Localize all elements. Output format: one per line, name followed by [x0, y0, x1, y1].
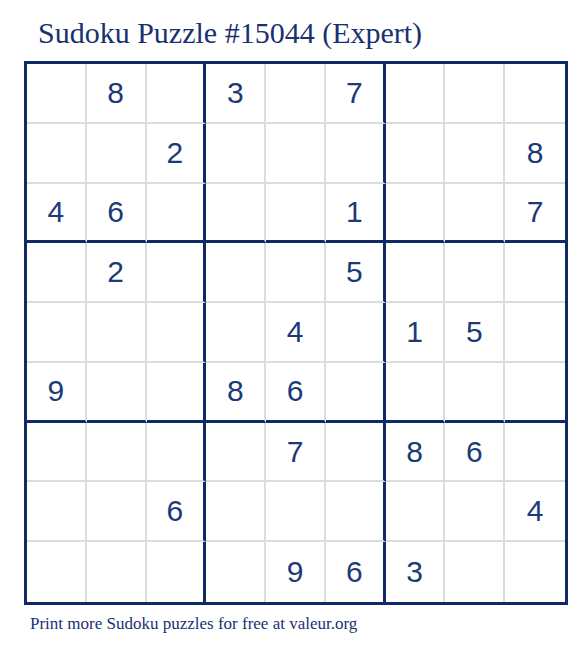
cell-r2c6	[326, 124, 386, 184]
cell-r3c8	[445, 184, 505, 244]
cell-r3c1: 4	[27, 184, 87, 244]
cell-r9c2	[87, 542, 147, 602]
cell-r9c1	[27, 542, 87, 602]
cell-r4c4	[206, 243, 266, 303]
cell-r3c9: 7	[505, 184, 565, 244]
cell-r6c5: 6	[266, 363, 326, 423]
cell-r2c2	[87, 124, 147, 184]
cell-r6c4: 8	[206, 363, 266, 423]
cell-r5c9	[505, 303, 565, 363]
cell-r2c7	[386, 124, 446, 184]
cell-r6c7	[386, 363, 446, 423]
cell-r4c2: 2	[87, 243, 147, 303]
cell-r9c8	[445, 542, 505, 602]
cell-r3c7	[386, 184, 446, 244]
cell-r1c1	[27, 64, 87, 124]
cell-r8c6	[326, 482, 386, 542]
cell-r2c4	[206, 124, 266, 184]
cell-r8c4	[206, 482, 266, 542]
cell-r1c7	[386, 64, 446, 124]
cell-r6c9	[505, 363, 565, 423]
cell-r7c3	[147, 423, 207, 483]
cell-r2c9: 8	[505, 124, 565, 184]
cell-r6c3	[147, 363, 207, 423]
cell-r4c6: 5	[326, 243, 386, 303]
cell-r7c6	[326, 423, 386, 483]
cell-r3c3	[147, 184, 207, 244]
cell-r8c7	[386, 482, 446, 542]
cell-r2c5	[266, 124, 326, 184]
cell-r5c4	[206, 303, 266, 363]
cell-r9c5: 9	[266, 542, 326, 602]
cell-r7c5: 7	[266, 423, 326, 483]
cell-r1c3	[147, 64, 207, 124]
cell-r4c3	[147, 243, 207, 303]
cell-r2c3: 2	[147, 124, 207, 184]
cell-r5c2	[87, 303, 147, 363]
cell-r7c8: 6	[445, 423, 505, 483]
cell-r7c1	[27, 423, 87, 483]
cell-r1c2: 8	[87, 64, 147, 124]
cell-r1c5	[266, 64, 326, 124]
cell-r3c6: 1	[326, 184, 386, 244]
cell-r8c1	[27, 482, 87, 542]
cell-r6c2	[87, 363, 147, 423]
cell-r5c8: 5	[445, 303, 505, 363]
cell-r8c2	[87, 482, 147, 542]
cell-r8c5	[266, 482, 326, 542]
cell-r7c4	[206, 423, 266, 483]
cell-r5c7: 1	[386, 303, 446, 363]
cell-r8c9: 4	[505, 482, 565, 542]
cell-r1c4: 3	[206, 64, 266, 124]
cell-r4c8	[445, 243, 505, 303]
cell-r1c8	[445, 64, 505, 124]
cell-r6c6	[326, 363, 386, 423]
cell-r5c1	[27, 303, 87, 363]
cell-r7c9	[505, 423, 565, 483]
cell-r4c1	[27, 243, 87, 303]
cell-r8c3: 6	[147, 482, 207, 542]
cell-r4c5	[266, 243, 326, 303]
cell-r8c8	[445, 482, 505, 542]
cell-r9c7: 3	[386, 542, 446, 602]
cell-r7c2	[87, 423, 147, 483]
cell-r5c3	[147, 303, 207, 363]
cell-r3c5	[266, 184, 326, 244]
cell-r2c1	[27, 124, 87, 184]
cell-r9c6: 6	[326, 542, 386, 602]
cell-r9c3	[147, 542, 207, 602]
cell-r7c7: 8	[386, 423, 446, 483]
cell-r6c8	[445, 363, 505, 423]
cell-r1c9	[505, 64, 565, 124]
sudoku-page: Sudoku Puzzle #15044 (Expert) 8372846172…	[0, 0, 580, 651]
sudoku-board: 8372846172541598678664963	[24, 61, 568, 605]
cell-r1c6: 7	[326, 64, 386, 124]
cell-r9c4	[206, 542, 266, 602]
cell-r6c1: 9	[27, 363, 87, 423]
cell-r5c5: 4	[266, 303, 326, 363]
cell-r5c6	[326, 303, 386, 363]
cell-r3c4	[206, 184, 266, 244]
cell-r9c9	[505, 542, 565, 602]
cell-r3c2: 6	[87, 184, 147, 244]
cell-r4c7	[386, 243, 446, 303]
cell-r2c8	[445, 124, 505, 184]
footer-text: Print more Sudoku puzzles for free at va…	[30, 614, 357, 634]
page-title: Sudoku Puzzle #15044 (Expert)	[38, 16, 422, 50]
cell-r4c9	[505, 243, 565, 303]
